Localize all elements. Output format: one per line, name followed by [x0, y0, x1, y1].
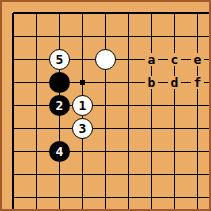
label-d: d	[168, 76, 181, 89]
stone-C15-move-2: 2	[49, 95, 70, 116]
stone-number: 1	[79, 98, 87, 113]
stone-number: 5	[56, 52, 64, 67]
grid-line-horizontal-1	[13, 12, 209, 14]
grid-line-horizontal-6	[13, 128, 209, 129]
grid-line-horizontal-8	[13, 174, 209, 175]
grid-line-horizontal-7	[13, 151, 209, 152]
grid-line-vertical-5	[105, 13, 106, 209]
stone-E17	[95, 49, 116, 70]
grid-line-horizontal-2	[13, 36, 209, 37]
grid-line-horizontal-5	[13, 105, 209, 106]
label-c: c	[168, 53, 181, 66]
stone-D14-move-3: 3	[72, 118, 93, 139]
grid-line-vertical-7	[151, 13, 152, 209]
grid-line-vertical-6	[128, 13, 129, 209]
label-b: b	[145, 76, 158, 89]
grid-line-vertical-2	[36, 13, 37, 209]
label-e: e	[191, 53, 204, 66]
grid-line-vertical-1	[12, 13, 14, 209]
stone-number: 2	[56, 98, 64, 113]
go-board: acebdf52134	[0, 0, 211, 211]
stone-number: 3	[79, 121, 87, 136]
label-f: f	[191, 76, 204, 89]
label-a: a	[145, 53, 158, 66]
grid-line-horizontal-9	[13, 197, 209, 198]
stone-C17-move-5: 5	[49, 49, 70, 70]
stone-number: 4	[56, 144, 64, 159]
grid-line-vertical-8	[174, 13, 175, 209]
grid-line-vertical-9	[197, 13, 198, 209]
stone-D15-move-1: 1	[72, 95, 93, 116]
stone-C13-move-4: 4	[49, 141, 70, 162]
go-diagram: acebdf52134	[0, 0, 211, 211]
hoshi-point-D16	[80, 80, 85, 85]
stone-C16	[49, 72, 70, 93]
